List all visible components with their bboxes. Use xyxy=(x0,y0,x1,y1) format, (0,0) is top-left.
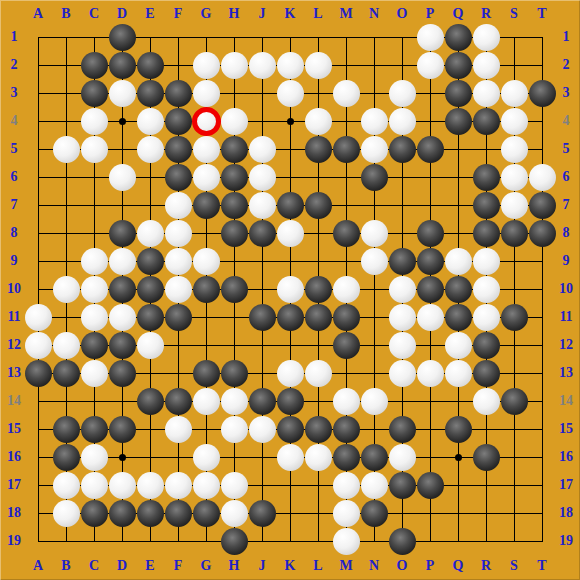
coordinate-label: 7 xyxy=(552,198,580,212)
white-stone xyxy=(25,332,52,359)
star-point xyxy=(119,118,126,125)
white-stone xyxy=(193,388,220,415)
coordinate-label: 10 xyxy=(552,282,580,296)
black-stone xyxy=(277,416,304,443)
coordinate-label: A xyxy=(24,559,52,573)
black-stone xyxy=(81,416,108,443)
white-stone xyxy=(81,360,108,387)
white-stone xyxy=(473,24,500,51)
black-stone xyxy=(53,416,80,443)
white-stone xyxy=(221,52,248,79)
coordinate-label: 9 xyxy=(552,254,580,268)
black-stone xyxy=(473,360,500,387)
coordinate-label: S xyxy=(500,7,528,21)
white-stone xyxy=(193,136,220,163)
white-stone xyxy=(501,136,528,163)
white-stone xyxy=(193,52,220,79)
black-stone xyxy=(249,304,276,331)
coordinate-label: G xyxy=(192,559,220,573)
black-stone xyxy=(193,192,220,219)
white-stone xyxy=(445,332,472,359)
coordinate-label: 4 xyxy=(0,114,28,128)
coordinate-label: T xyxy=(528,7,556,21)
white-stone xyxy=(137,332,164,359)
coordinate-label: F xyxy=(164,7,192,21)
coordinate-label: H xyxy=(220,559,248,573)
coordinate-label: 15 xyxy=(0,422,28,436)
black-stone xyxy=(361,500,388,527)
white-stone xyxy=(473,276,500,303)
black-stone xyxy=(445,276,472,303)
white-stone xyxy=(333,388,360,415)
coordinate-label: 8 xyxy=(552,226,580,240)
black-stone xyxy=(333,304,360,331)
black-stone xyxy=(473,220,500,247)
coordinate-label: K xyxy=(276,559,304,573)
black-stone xyxy=(333,220,360,247)
white-stone xyxy=(389,360,416,387)
coordinate-label: 11 xyxy=(552,310,580,324)
white-stone xyxy=(361,220,388,247)
coordinate-label: L xyxy=(304,559,332,573)
black-stone xyxy=(165,388,192,415)
coordinate-label: 16 xyxy=(0,450,28,464)
coordinate-label: R xyxy=(472,559,500,573)
white-stone xyxy=(417,360,444,387)
white-stone xyxy=(277,52,304,79)
coordinate-label: E xyxy=(136,559,164,573)
black-stone xyxy=(305,192,332,219)
coordinate-label: M xyxy=(332,7,360,21)
white-stone xyxy=(417,52,444,79)
white-stone xyxy=(109,80,136,107)
black-stone xyxy=(473,332,500,359)
white-stone xyxy=(277,80,304,107)
black-stone xyxy=(333,136,360,163)
white-stone xyxy=(137,472,164,499)
coordinate-label: 12 xyxy=(0,338,28,352)
black-stone xyxy=(165,136,192,163)
white-stone xyxy=(53,276,80,303)
black-stone xyxy=(193,276,220,303)
black-stone xyxy=(221,220,248,247)
white-stone xyxy=(473,248,500,275)
black-stone xyxy=(389,248,416,275)
black-stone xyxy=(529,80,556,107)
black-stone xyxy=(305,416,332,443)
black-stone xyxy=(417,248,444,275)
black-stone xyxy=(501,304,528,331)
black-stone xyxy=(445,80,472,107)
black-stone xyxy=(417,136,444,163)
black-stone xyxy=(389,472,416,499)
coordinate-label: C xyxy=(80,559,108,573)
black-stone xyxy=(473,444,500,471)
white-stone xyxy=(389,332,416,359)
black-stone xyxy=(165,304,192,331)
white-stone xyxy=(333,276,360,303)
white-stone xyxy=(109,248,136,275)
white-stone xyxy=(137,220,164,247)
black-stone xyxy=(277,388,304,415)
black-stone xyxy=(417,276,444,303)
black-stone xyxy=(165,80,192,107)
white-stone xyxy=(305,444,332,471)
black-stone xyxy=(137,500,164,527)
white-stone xyxy=(81,444,108,471)
black-stone xyxy=(137,80,164,107)
coordinate-label: A xyxy=(24,7,52,21)
black-stone xyxy=(473,164,500,191)
white-stone xyxy=(249,164,276,191)
coordinate-label: 16 xyxy=(552,450,580,464)
coordinate-label: B xyxy=(52,559,80,573)
black-stone xyxy=(221,528,248,555)
white-stone xyxy=(165,248,192,275)
white-stone xyxy=(417,304,444,331)
coordinate-label: J xyxy=(248,559,276,573)
white-stone xyxy=(81,136,108,163)
black-stone xyxy=(305,304,332,331)
black-stone xyxy=(445,304,472,331)
black-stone xyxy=(333,444,360,471)
coordinate-label: 18 xyxy=(552,506,580,520)
white-stone xyxy=(305,108,332,135)
coordinate-label: L xyxy=(304,7,332,21)
black-stone xyxy=(53,360,80,387)
white-stone xyxy=(277,276,304,303)
white-stone xyxy=(277,220,304,247)
coordinate-label: 6 xyxy=(552,170,580,184)
black-stone xyxy=(417,220,444,247)
white-stone xyxy=(81,304,108,331)
white-stone xyxy=(277,360,304,387)
black-stone xyxy=(81,500,108,527)
coordinate-label: G xyxy=(192,7,220,21)
black-stone xyxy=(277,192,304,219)
coordinate-label: 13 xyxy=(0,366,28,380)
white-stone xyxy=(221,500,248,527)
coordinate-label: 5 xyxy=(552,142,580,156)
white-stone xyxy=(473,80,500,107)
coordinate-label: S xyxy=(500,559,528,573)
black-stone xyxy=(165,500,192,527)
coordinate-label: J xyxy=(248,7,276,21)
coordinate-label: 7 xyxy=(0,198,28,212)
coordinate-label: D xyxy=(108,7,136,21)
black-stone xyxy=(53,444,80,471)
star-point xyxy=(287,118,294,125)
white-stone xyxy=(389,304,416,331)
white-stone xyxy=(137,136,164,163)
black-stone xyxy=(109,24,136,51)
white-stone xyxy=(305,360,332,387)
white-stone xyxy=(249,416,276,443)
black-stone xyxy=(501,388,528,415)
black-stone xyxy=(389,416,416,443)
coordinate-label: R xyxy=(472,7,500,21)
white-stone xyxy=(193,444,220,471)
white-stone xyxy=(53,136,80,163)
black-stone xyxy=(109,360,136,387)
white-stone xyxy=(109,304,136,331)
star-point xyxy=(455,454,462,461)
white-stone xyxy=(249,52,276,79)
white-stone xyxy=(193,164,220,191)
coordinate-label: 2 xyxy=(0,58,28,72)
white-stone xyxy=(81,248,108,275)
white-stone xyxy=(473,52,500,79)
black-stone xyxy=(109,220,136,247)
white-stone xyxy=(389,80,416,107)
black-stone xyxy=(165,108,192,135)
star-point xyxy=(119,454,126,461)
black-stone xyxy=(165,164,192,191)
black-stone xyxy=(221,164,248,191)
coordinate-label: Q xyxy=(444,559,472,573)
white-stone xyxy=(389,444,416,471)
black-stone xyxy=(221,276,248,303)
coordinate-label: 2 xyxy=(552,58,580,72)
coordinate-label: 12 xyxy=(552,338,580,352)
black-stone xyxy=(333,416,360,443)
white-stone xyxy=(277,444,304,471)
black-stone xyxy=(137,388,164,415)
white-stone xyxy=(445,360,472,387)
white-stone xyxy=(193,80,220,107)
coordinate-label: 17 xyxy=(0,478,28,492)
black-stone xyxy=(473,192,500,219)
white-stone xyxy=(193,248,220,275)
white-stone xyxy=(501,108,528,135)
white-stone xyxy=(445,248,472,275)
black-stone xyxy=(389,528,416,555)
white-stone xyxy=(81,276,108,303)
coordinate-label: N xyxy=(360,7,388,21)
white-stone xyxy=(333,80,360,107)
white-stone xyxy=(361,388,388,415)
last-move-marker xyxy=(192,107,221,136)
white-stone xyxy=(165,220,192,247)
white-stone xyxy=(501,192,528,219)
black-stone xyxy=(473,108,500,135)
white-stone xyxy=(473,388,500,415)
white-stone xyxy=(389,276,416,303)
white-stone xyxy=(333,528,360,555)
black-stone xyxy=(221,136,248,163)
black-stone xyxy=(361,444,388,471)
coordinate-label: 8 xyxy=(0,226,28,240)
white-stone xyxy=(249,192,276,219)
coordinate-label: Q xyxy=(444,7,472,21)
coordinate-label: 10 xyxy=(0,282,28,296)
coordinate-label: F xyxy=(164,559,192,573)
black-stone xyxy=(137,52,164,79)
coordinate-label: P xyxy=(416,7,444,21)
white-stone xyxy=(249,136,276,163)
white-stone xyxy=(53,472,80,499)
black-stone xyxy=(137,276,164,303)
coordinate-label: 1 xyxy=(552,30,580,44)
black-stone xyxy=(137,304,164,331)
coordinate-label: P xyxy=(416,559,444,573)
white-stone xyxy=(473,304,500,331)
black-stone xyxy=(361,164,388,191)
white-stone xyxy=(529,164,556,191)
coordinate-label: 19 xyxy=(0,534,28,548)
white-stone xyxy=(109,472,136,499)
black-stone xyxy=(529,220,556,247)
coordinate-label: 14 xyxy=(0,394,28,408)
white-stone xyxy=(417,24,444,51)
coordinate-label: 6 xyxy=(0,170,28,184)
black-stone xyxy=(529,192,556,219)
black-stone xyxy=(277,304,304,331)
coordinate-label: 17 xyxy=(552,478,580,492)
coordinate-label: K xyxy=(276,7,304,21)
black-stone xyxy=(445,52,472,79)
white-stone xyxy=(361,108,388,135)
white-stone xyxy=(81,108,108,135)
black-stone xyxy=(109,276,136,303)
coordinate-label: 1 xyxy=(0,30,28,44)
black-stone xyxy=(109,416,136,443)
black-stone xyxy=(193,500,220,527)
white-stone xyxy=(193,472,220,499)
white-stone xyxy=(361,472,388,499)
white-stone xyxy=(137,108,164,135)
white-stone xyxy=(165,276,192,303)
coordinate-label: 3 xyxy=(552,86,580,100)
white-stone xyxy=(221,108,248,135)
white-stone xyxy=(361,136,388,163)
coordinate-label: 15 xyxy=(552,422,580,436)
black-stone xyxy=(305,136,332,163)
black-stone xyxy=(81,80,108,107)
black-stone xyxy=(81,332,108,359)
white-stone xyxy=(165,192,192,219)
white-stone xyxy=(81,472,108,499)
coordinate-label: 5 xyxy=(0,142,28,156)
coordinate-label: 14 xyxy=(552,394,580,408)
white-stone xyxy=(221,388,248,415)
coordinate-label: 11 xyxy=(0,310,28,324)
coordinate-label: N xyxy=(360,559,388,573)
black-stone xyxy=(333,332,360,359)
black-stone xyxy=(249,220,276,247)
coordinate-label: 9 xyxy=(0,254,28,268)
black-stone xyxy=(137,248,164,275)
white-stone xyxy=(389,108,416,135)
white-stone xyxy=(221,416,248,443)
coordinate-label: E xyxy=(136,7,164,21)
white-stone xyxy=(501,80,528,107)
black-stone xyxy=(305,276,332,303)
go-board: ABCDEFGHJKLMNOPQRST ABCDEFGHJKLMNOPQRST … xyxy=(0,0,580,580)
white-stone xyxy=(333,472,360,499)
black-stone xyxy=(445,108,472,135)
white-stone xyxy=(53,332,80,359)
coordinate-label: 19 xyxy=(552,534,580,548)
coordinate-label: 13 xyxy=(552,366,580,380)
coordinate-label: C xyxy=(80,7,108,21)
white-stone xyxy=(165,472,192,499)
white-stone xyxy=(361,248,388,275)
black-stone xyxy=(501,220,528,247)
white-stone xyxy=(501,164,528,191)
black-stone xyxy=(389,136,416,163)
black-stone xyxy=(445,416,472,443)
black-stone xyxy=(221,192,248,219)
white-stone xyxy=(165,416,192,443)
black-stone xyxy=(109,500,136,527)
black-stone xyxy=(445,24,472,51)
coordinate-label: B xyxy=(52,7,80,21)
black-stone xyxy=(193,360,220,387)
black-stone xyxy=(249,500,276,527)
coordinate-label: H xyxy=(220,7,248,21)
coordinate-label: 18 xyxy=(0,506,28,520)
coordinate-label: D xyxy=(108,559,136,573)
black-stone xyxy=(417,472,444,499)
coordinate-label: O xyxy=(388,559,416,573)
coordinate-label: T xyxy=(528,559,556,573)
white-stone xyxy=(333,500,360,527)
black-stone xyxy=(109,52,136,79)
black-stone xyxy=(81,52,108,79)
coordinate-label: 3 xyxy=(0,86,28,100)
white-stone xyxy=(221,472,248,499)
coordinate-label: O xyxy=(388,7,416,21)
coordinate-label: 4 xyxy=(552,114,580,128)
black-stone xyxy=(249,388,276,415)
white-stone xyxy=(305,52,332,79)
black-stone xyxy=(221,360,248,387)
white-stone xyxy=(25,304,52,331)
coordinate-label: M xyxy=(332,559,360,573)
black-stone xyxy=(109,332,136,359)
white-stone xyxy=(109,164,136,191)
black-stone xyxy=(25,360,52,387)
white-stone xyxy=(53,500,80,527)
